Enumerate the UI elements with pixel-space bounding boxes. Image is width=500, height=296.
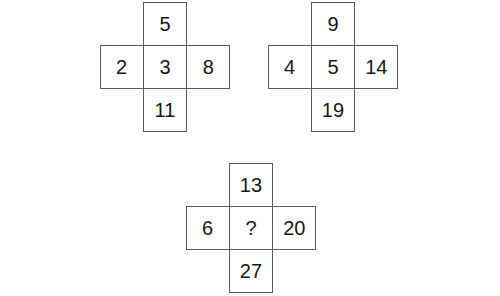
cross-1-right-cell: 8 [187, 45, 230, 88]
cross-3-bottom-cell: 27 [229, 250, 272, 293]
number-cross-3: 13 6 ? 20 27 [186, 163, 316, 293]
cross-3-left-cell: 6 [186, 206, 229, 249]
cross-2-bottom-cell: 19 [311, 89, 354, 132]
cross-2-right-cell: 14 [355, 45, 398, 88]
cross-1-cells: 5 2 3 8 11 [100, 2, 230, 132]
cross-2-cells: 9 4 5 14 19 [268, 2, 398, 132]
puzzle-board: 5 2 3 8 11 9 4 5 14 19 13 6 ? 20 27 [0, 0, 500, 296]
cross-2-left-cell: 4 [268, 45, 311, 88]
number-cross-1: 5 2 3 8 11 [100, 2, 230, 132]
cross-3-right-cell: 20 [273, 206, 316, 249]
cross-3-top-cell: 13 [229, 163, 272, 206]
cross-3-center-cell-unknown: ? [229, 206, 272, 249]
number-cross-2: 9 4 5 14 19 [268, 2, 398, 132]
cross-2-top-cell: 9 [311, 2, 354, 45]
cross-1-bottom-cell: 11 [143, 89, 186, 132]
cross-1-top-cell: 5 [143, 2, 186, 45]
cross-1-center-cell: 3 [143, 45, 186, 88]
cross-3-cells: 13 6 ? 20 27 [186, 163, 316, 293]
cross-1-left-cell: 2 [100, 45, 143, 88]
cross-2-center-cell: 5 [311, 45, 354, 88]
